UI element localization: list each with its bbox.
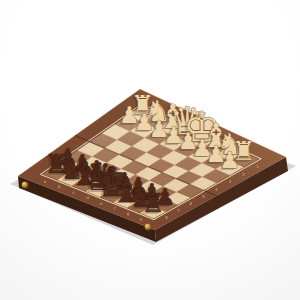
rank-label: 1: [256, 164, 259, 169]
rank-label: 6: [190, 201, 193, 206]
rank-label: 3: [229, 179, 232, 184]
rank-label: 5: [202, 194, 205, 199]
clasp-left: [22, 182, 29, 189]
rank-label: 8: [165, 215, 168, 220]
chess-set-product-photo: a8b7c6d5e4f3g2h1♜♜♞♞♟♟♝♝♟♟♛♛♟♟♚♚♟♟♝♝♟♟♞♞…: [0, 0, 300, 300]
rank-label: 4: [215, 187, 218, 192]
chess-board: a8b7c6d5e4f3g2h1♜♜♞♞♟♟♝♝♟♟♛♛♟♟♚♚♟♟♝♝♟♟♞♞…: [0, 0, 300, 300]
rank-label: 7: [177, 208, 180, 213]
white-pawn: ♟: [220, 147, 241, 173]
clasp-front: [145, 224, 152, 231]
black-rook: ♜: [141, 188, 164, 218]
rank-label: 2: [242, 172, 245, 177]
